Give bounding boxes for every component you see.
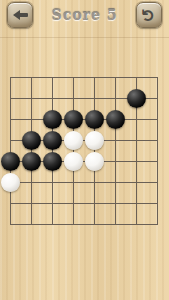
black-stone [43, 131, 62, 150]
white-stone [1, 173, 20, 192]
header-divider [0, 37, 169, 38]
white-stone [85, 152, 104, 171]
black-stone [64, 110, 83, 129]
reset-icon: ↺ [136, 3, 162, 27]
reset-button[interactable]: ↺ [136, 2, 162, 28]
gomoku-board[interactable] [10, 77, 158, 225]
black-stone [1, 152, 20, 171]
black-stone [85, 110, 104, 129]
white-stone [64, 131, 83, 150]
black-stone [106, 110, 125, 129]
black-stone [22, 152, 41, 171]
black-stone [43, 110, 62, 129]
black-stone [22, 131, 41, 150]
white-stone [64, 152, 83, 171]
black-stone [43, 152, 62, 171]
white-stone [85, 131, 104, 150]
black-stone [127, 89, 146, 108]
game-screen: Score 5 ↺ [0, 0, 169, 300]
